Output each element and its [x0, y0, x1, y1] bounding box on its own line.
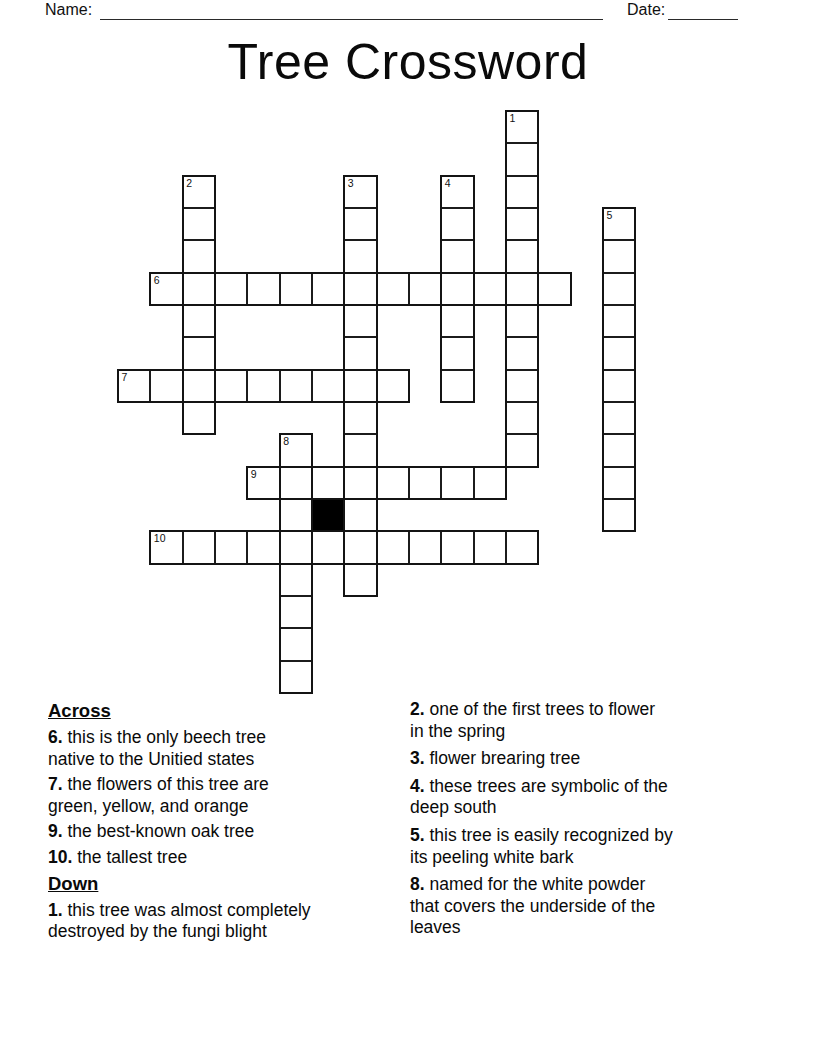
grid-cell-c7-r4[interactable]: [343, 239, 377, 273]
grid-cell-c2-r4[interactable]: [182, 239, 216, 273]
grid-cell-c15-r3[interactable]: [602, 207, 636, 241]
clue-number-label: 3.: [410, 748, 425, 768]
clues-right-column: 2. one of the first trees to flower in t…: [410, 699, 760, 945]
grid-cell-c5-r15[interactable]: [279, 595, 313, 629]
grid-cell-c12-r4[interactable]: [505, 239, 539, 273]
grid-cell-c0-r8[interactable]: [117, 369, 151, 403]
clue-item-3: 3. flower brearing tree: [410, 748, 760, 770]
grid-cell-c9-r5[interactable]: [408, 272, 442, 306]
grid-cell-c11-r11[interactable]: [473, 466, 507, 500]
grid-cell-c12-r8[interactable]: [505, 369, 539, 403]
grid-cell-c12-r1[interactable]: [505, 142, 539, 176]
grid-cell-c5-r17[interactable]: [279, 660, 313, 694]
clue-number-label: 5.: [410, 825, 425, 845]
name-input-line[interactable]: [100, 19, 603, 20]
grid-cell-c10-r6[interactable]: [440, 304, 474, 338]
grid-cell-c9-r11[interactable]: [408, 466, 442, 500]
grid-cell-c9-r13[interactable]: [408, 530, 442, 564]
clue-text: flower brearing tree: [425, 748, 581, 768]
grid-cell-c2-r3[interactable]: [182, 207, 216, 241]
grid-cell-c2-r2[interactable]: [182, 175, 216, 209]
grid-cell-c12-r2[interactable]: [505, 175, 539, 209]
grid-cell-c1-r13[interactable]: [149, 530, 183, 564]
grid-cell-c15-r4[interactable]: [602, 239, 636, 273]
grid-cell-c4-r13[interactable]: [246, 530, 280, 564]
grid-cell-c7-r6[interactable]: [343, 304, 377, 338]
clue-text: this tree was almost completely destroye…: [48, 900, 311, 942]
grid-cell-c6-r5[interactable]: [311, 272, 345, 306]
grid-cell-c2-r7[interactable]: [182, 336, 216, 370]
grid-cell-c12-r5[interactable]: [505, 272, 539, 306]
grid-cell-c7-r2[interactable]: [343, 175, 377, 209]
grid-cell-c15-r11[interactable]: [602, 466, 636, 500]
clue-item-7: 7. the flowers of this tree are green, y…: [48, 774, 393, 817]
grid-cell-c3-r5[interactable]: [214, 272, 248, 306]
grid-cell-c5-r12[interactable]: [279, 498, 313, 532]
black-cell: [311, 498, 345, 532]
clue-item-8: 8. named for the white powder that cover…: [410, 874, 760, 939]
grid-cell-c1-r5[interactable]: [149, 272, 183, 306]
grid-cell-c11-r13[interactable]: [473, 530, 507, 564]
grid-cell-c7-r12[interactable]: [343, 498, 377, 532]
grid-cell-c10-r3[interactable]: [440, 207, 474, 241]
clue-number-label: 6.: [48, 727, 63, 747]
grid-cell-c4-r11[interactable]: [246, 466, 280, 500]
grid-cell-c10-r7[interactable]: [440, 336, 474, 370]
clue-item-5: 5. this tree is easily recognized by its…: [410, 825, 760, 868]
grid-cell-c15-r10[interactable]: [602, 433, 636, 467]
clue-number-label: 9.: [48, 821, 63, 841]
grid-cell-c5-r16[interactable]: [279, 627, 313, 661]
grid-cell-c2-r6[interactable]: [182, 304, 216, 338]
clues-heading-down: Down: [48, 873, 393, 895]
grid-cell-c6-r13[interactable]: [311, 530, 345, 564]
grid-cell-c12-r7[interactable]: [505, 336, 539, 370]
grid-cell-c8-r5[interactable]: [376, 272, 410, 306]
clue-number-label: 2.: [410, 699, 425, 719]
grid-cell-c12-r9[interactable]: [505, 401, 539, 435]
clue-item-6: 6. this is the only beech tree native to…: [48, 727, 393, 770]
grid-cell-c3-r13[interactable]: [214, 530, 248, 564]
grid-cell-c5-r8[interactable]: [279, 369, 313, 403]
name-label: Name:: [45, 1, 92, 19]
clue-item-9: 9. the best-known oak tree: [48, 821, 393, 843]
grid-cell-c7-r3[interactable]: [343, 207, 377, 241]
clue-number-label: 7.: [48, 774, 63, 794]
grid-cell-c11-r5[interactable]: [473, 272, 507, 306]
grid-cell-c15-r5[interactable]: [602, 272, 636, 306]
clue-text: this is the only beech tree native to th…: [48, 727, 266, 769]
grid-cell-c12-r10[interactable]: [505, 433, 539, 467]
page-title: Tree Crossword: [0, 33, 816, 91]
grid-cell-c2-r5[interactable]: [182, 272, 216, 306]
clue-text: these trees are symbolic of the deep sou…: [410, 776, 668, 818]
grid-cell-c4-r8[interactable]: [246, 369, 280, 403]
clue-item-10: 10. the tallest tree: [48, 847, 393, 869]
grid-cell-c7-r5[interactable]: [343, 272, 377, 306]
clues-heading-across: Across: [48, 700, 393, 722]
grid-cell-c15-r12[interactable]: [602, 498, 636, 532]
clue-item-4: 4. these trees are symbolic of the deep …: [410, 776, 760, 819]
grid-cell-c7-r13[interactable]: [343, 530, 377, 564]
grid-cell-c1-r8[interactable]: [149, 369, 183, 403]
grid-cell-c2-r8[interactable]: [182, 369, 216, 403]
grid-cell-c15-r6[interactable]: [602, 304, 636, 338]
grid-cell-c2-r9[interactable]: [182, 401, 216, 435]
grid-cell-c5-r10[interactable]: [279, 433, 313, 467]
grid-cell-c7-r11[interactable]: [343, 466, 377, 500]
grid-cell-c13-r5[interactable]: [537, 272, 571, 306]
grid-cell-c3-r8[interactable]: [214, 369, 248, 403]
clue-text: the best-known oak tree: [63, 821, 255, 841]
grid-cell-c7-r7[interactable]: [343, 336, 377, 370]
grid-cell-c12-r3[interactable]: [505, 207, 539, 241]
grid-cell-c8-r13[interactable]: [376, 530, 410, 564]
date-label: Date:: [627, 1, 665, 19]
grid-cell-c15-r8[interactable]: [602, 369, 636, 403]
clue-number-label: 10.: [48, 847, 72, 867]
grid-cell-c10-r5[interactable]: [440, 272, 474, 306]
grid-cell-c7-r8[interactable]: [343, 369, 377, 403]
clue-text: named for the white powder that covers t…: [410, 874, 655, 937]
grid-cell-c12-r0[interactable]: [505, 110, 539, 144]
grid-cell-c5-r11[interactable]: [279, 466, 313, 500]
grid-cell-c15-r7[interactable]: [602, 336, 636, 370]
grid-cell-c4-r5[interactable]: [246, 272, 280, 306]
grid-cell-c12-r6[interactable]: [505, 304, 539, 338]
date-input-line[interactable]: [668, 19, 738, 20]
grid-cell-c7-r9[interactable]: [343, 401, 377, 435]
clues-left-column: Across6. this is the only beech tree nat…: [48, 700, 393, 947]
grid-cell-c15-r9[interactable]: [602, 401, 636, 435]
grid-cell-c10-r11[interactable]: [440, 466, 474, 500]
grid-cell-c12-r13[interactable]: [505, 530, 539, 564]
grid-cell-c10-r4[interactable]: [440, 239, 474, 273]
grid-cell-c8-r8[interactable]: [376, 369, 410, 403]
grid-cell-c7-r14[interactable]: [343, 563, 377, 597]
grid-cell-c10-r13[interactable]: [440, 530, 474, 564]
grid-cell-c5-r13[interactable]: [279, 530, 313, 564]
clue-text: one of the first trees to flower in the …: [410, 699, 655, 741]
clue-number-label: 4.: [410, 776, 425, 796]
clue-text: this tree is easily recognized by its pe…: [410, 825, 673, 867]
crossword-grid: 12345678910: [117, 110, 635, 693]
grid-cell-c10-r8[interactable]: [440, 369, 474, 403]
clue-number-label: 1.: [48, 900, 63, 920]
worksheet-page: Name: Date: Tree Crossword 12345678910 A…: [0, 0, 816, 1056]
clue-item-1: 1. this tree was almost completely destr…: [48, 900, 393, 943]
grid-cell-c7-r10[interactable]: [343, 433, 377, 467]
grid-cell-c6-r11[interactable]: [311, 466, 345, 500]
grid-cell-c2-r13[interactable]: [182, 530, 216, 564]
grid-cell-c5-r14[interactable]: [279, 563, 313, 597]
clue-item-2: 2. one of the first trees to flower in t…: [410, 699, 760, 742]
grid-cell-c5-r5[interactable]: [279, 272, 313, 306]
grid-cell-c10-r2[interactable]: [440, 175, 474, 209]
clue-text: the tallest tree: [72, 847, 187, 867]
grid-cell-c8-r11[interactable]: [376, 466, 410, 500]
clue-number-label: 8.: [410, 874, 425, 894]
grid-cell-c6-r8[interactable]: [311, 369, 345, 403]
clue-text: the flowers of this tree are green, yell…: [48, 774, 269, 816]
